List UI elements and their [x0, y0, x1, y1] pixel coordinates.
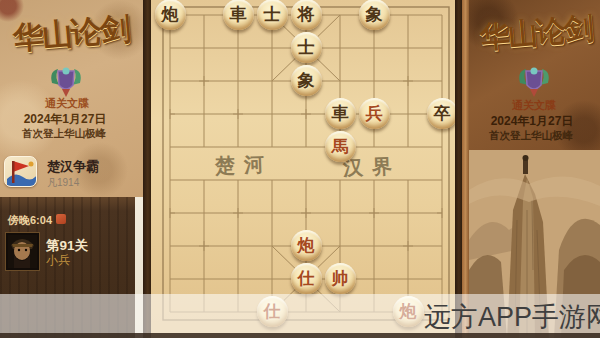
piece-glyph: 炮: [298, 237, 315, 254]
badge-label-right: 通关文牒: [464, 98, 600, 113]
xiangqi-piece-red-f6r4[interactable]: 馬: [325, 131, 356, 162]
watermark-text: 远方APP手游网: [424, 299, 600, 335]
xiangqi-piece-black-f6r3[interactable]: 車: [325, 98, 356, 129]
game-time: 傍晚6:04: [8, 213, 52, 228]
piece-glyph: 将: [298, 6, 315, 23]
xiangqi-piece-black-f5r1[interactable]: 士: [291, 32, 322, 63]
xiangqi-piece-black-f5r0[interactable]: 将: [291, 0, 322, 30]
piece-glyph: 車: [230, 6, 247, 23]
table-right-edge: [455, 0, 462, 338]
xiangqi-piece-black-f3r0[interactable]: 車: [223, 0, 254, 30]
piece-glyph: 仕: [298, 270, 315, 287]
piece-glyph: 馬: [332, 138, 349, 155]
xiangqi-piece-red-f5r8[interactable]: 仕: [291, 263, 322, 294]
piece-glyph: 車: [332, 105, 349, 122]
piece-glyph: 炮: [162, 6, 179, 23]
player-avatar: [6, 233, 39, 270]
achievement-badge-icon: [48, 63, 84, 99]
achievement-subtitle: 首次登上华山极峰: [0, 127, 134, 141]
notification-badge-icon: [56, 214, 66, 224]
table-left-edge: [143, 0, 151, 338]
app-id: 凡1914: [47, 176, 79, 190]
achievement-subtitle-right: 首次登上华山极峰: [461, 129, 600, 143]
xiangqi-piece-black-f1r0[interactable]: 炮: [155, 0, 186, 30]
achievement-date: 2024年1月27日: [0, 111, 135, 128]
bottom-edge: [0, 333, 600, 338]
achievement-badge-icon-right: [516, 63, 552, 99]
piece-glyph: 卒: [434, 105, 451, 122]
xiangqi-piece-black-f9r3[interactable]: 卒: [427, 98, 458, 129]
piece-glyph: 象: [366, 6, 383, 23]
player-name: 小兵: [46, 252, 70, 269]
piece-glyph: 象: [298, 72, 315, 89]
piece-glyph: 帅: [332, 270, 349, 287]
app-icon[interactable]: [4, 156, 37, 187]
xiangqi-piece-red-f6r8[interactable]: 帅: [325, 263, 356, 294]
board-grid: 炮車士将象士象車卒兵馬炮仕帅仕炮: [153, 0, 459, 328]
piece-glyph: 士: [264, 6, 281, 23]
app-name[interactable]: 楚汉争霸: [47, 158, 99, 176]
achievement-date-right: 2024年1月27日: [462, 113, 600, 130]
xiangqi-piece-red-f5r7[interactable]: 炮: [291, 230, 322, 261]
xiangqi-piece-black-f5r2[interactable]: 象: [291, 65, 322, 96]
game-screenshot: 华山论剑 通关文牒 2024年1月27日 首次登上华山极峰 楚汉争霸 凡1914…: [0, 0, 600, 338]
xiangqi-piece-red-f7r3[interactable]: 兵: [359, 98, 390, 129]
xiangqi-piece-black-f4r0[interactable]: 士: [257, 0, 288, 30]
avatar-portrait: [8, 235, 37, 268]
badge-label: 通关文牒: [0, 96, 137, 111]
piece-glyph: 兵: [366, 105, 383, 122]
app-icon-art: [5, 157, 37, 187]
piece-glyph: 士: [298, 39, 315, 56]
xiangqi-piece-black-f7r0[interactable]: 象: [359, 0, 390, 30]
